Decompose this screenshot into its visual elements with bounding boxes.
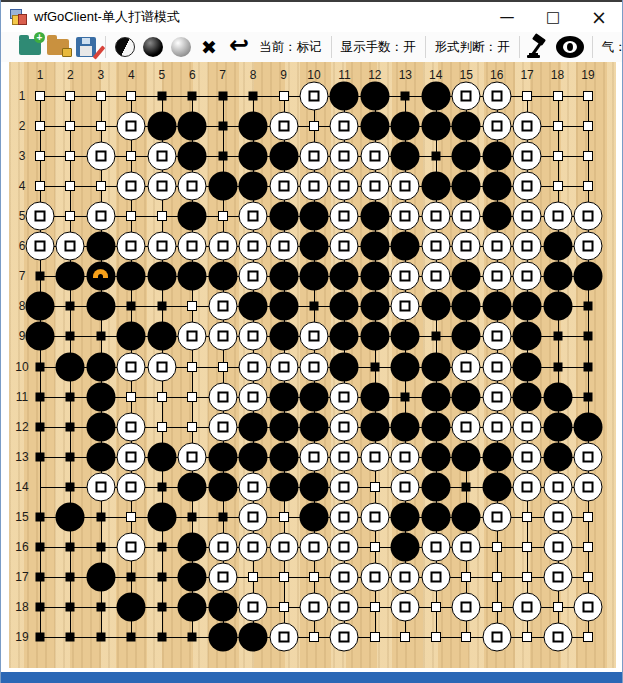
black-stone[interactable] xyxy=(421,112,450,141)
black-stone[interactable] xyxy=(208,442,237,471)
black-territory-mark[interactable] xyxy=(462,482,471,491)
white-stone[interactable] xyxy=(452,202,481,231)
white-stone[interactable] xyxy=(391,592,420,621)
black-territory-mark[interactable] xyxy=(401,392,410,401)
black-territory-mark[interactable] xyxy=(583,302,592,311)
black-stone[interactable] xyxy=(452,262,481,291)
white-stone[interactable] xyxy=(299,142,328,171)
white-territory-mark[interactable] xyxy=(279,602,289,612)
black-stone[interactable] xyxy=(360,292,389,321)
black-territory-mark[interactable] xyxy=(66,542,75,551)
black-stone[interactable] xyxy=(360,262,389,291)
white-stone[interactable] xyxy=(299,532,328,561)
black-territory-mark[interactable] xyxy=(66,452,75,461)
black-territory-mark[interactable] xyxy=(36,602,45,611)
black-stone[interactable] xyxy=(299,262,328,291)
black-stone[interactable] xyxy=(208,592,237,621)
white-stone[interactable] xyxy=(543,623,572,652)
white-stone[interactable] xyxy=(360,442,389,471)
black-stone[interactable] xyxy=(421,412,450,441)
black-territory-mark[interactable] xyxy=(36,392,45,401)
black-stone[interactable] xyxy=(360,412,389,441)
white-territory-mark[interactable] xyxy=(492,572,502,582)
black-stone[interactable] xyxy=(513,322,542,351)
white-stone[interactable] xyxy=(117,472,146,501)
white-stone[interactable] xyxy=(86,142,115,171)
black-stone[interactable] xyxy=(147,262,176,291)
white-stone[interactable] xyxy=(421,562,450,591)
black-stone[interactable] xyxy=(513,382,542,411)
white-stone[interactable] xyxy=(391,262,420,291)
black-stone[interactable] xyxy=(239,412,268,441)
white-stone[interactable] xyxy=(543,472,572,501)
black-stone[interactable] xyxy=(239,142,268,171)
white-territory-mark[interactable] xyxy=(65,91,75,101)
white-stone[interactable] xyxy=(86,202,115,231)
white-stone[interactable] xyxy=(208,382,237,411)
white-stone-button[interactable] xyxy=(168,34,194,60)
new-file-button[interactable]: + xyxy=(17,34,43,60)
black-stone[interactable] xyxy=(208,623,237,652)
white-stone[interactable] xyxy=(208,562,237,591)
white-territory-mark[interactable] xyxy=(126,211,136,221)
white-stone[interactable] xyxy=(269,352,298,381)
white-territory-mark[interactable] xyxy=(583,572,593,582)
black-territory-mark[interactable] xyxy=(188,512,197,521)
white-stone[interactable] xyxy=(239,532,268,561)
black-stone[interactable] xyxy=(421,442,450,471)
white-territory-mark[interactable] xyxy=(492,542,502,552)
white-territory-mark[interactable] xyxy=(187,392,197,402)
black-stone[interactable] xyxy=(482,442,511,471)
white-stone[interactable] xyxy=(117,412,146,441)
black-stone[interactable] xyxy=(421,352,450,381)
black-stone[interactable] xyxy=(56,352,85,381)
black-territory-mark[interactable] xyxy=(127,302,136,311)
black-stone[interactable] xyxy=(360,202,389,231)
black-stone[interactable] xyxy=(239,292,268,321)
black-territory-mark[interactable] xyxy=(96,332,105,341)
black-stone[interactable] xyxy=(482,172,511,201)
white-territory-mark[interactable] xyxy=(522,91,532,101)
black-stone[interactable] xyxy=(269,202,298,231)
black-stone[interactable] xyxy=(330,82,359,111)
white-stone[interactable] xyxy=(330,592,359,621)
black-territory-mark[interactable] xyxy=(188,633,197,642)
white-stone[interactable] xyxy=(391,172,420,201)
black-territory-mark[interactable] xyxy=(370,362,379,371)
white-stone[interactable] xyxy=(239,352,268,381)
white-territory-mark[interactable] xyxy=(309,632,319,642)
white-stone[interactable] xyxy=(482,623,511,652)
black-territory-mark[interactable] xyxy=(218,512,227,521)
black-stone[interactable] xyxy=(269,412,298,441)
white-stone[interactable] xyxy=(482,322,511,351)
black-territory-mark[interactable] xyxy=(66,422,75,431)
white-stone[interactable] xyxy=(299,592,328,621)
white-stone[interactable] xyxy=(117,112,146,141)
white-territory-mark[interactable] xyxy=(370,542,380,552)
white-stone[interactable] xyxy=(482,82,511,111)
black-stone[interactable] xyxy=(391,232,420,261)
black-territory-mark[interactable] xyxy=(218,92,227,101)
black-territory-mark[interactable] xyxy=(583,392,592,401)
white-stone[interactable] xyxy=(513,142,542,171)
black-stone[interactable] xyxy=(86,412,115,441)
black-stone[interactable] xyxy=(86,232,115,261)
white-stone[interactable] xyxy=(421,262,450,291)
white-stone[interactable] xyxy=(239,322,268,351)
white-stone[interactable] xyxy=(178,232,207,261)
white-territory-mark[interactable] xyxy=(461,572,471,582)
white-territory-mark[interactable] xyxy=(35,181,45,191)
white-stone[interactable] xyxy=(421,202,450,231)
black-territory-mark[interactable] xyxy=(36,272,45,281)
white-stone[interactable] xyxy=(117,442,146,471)
white-stone[interactable] xyxy=(178,442,207,471)
black-stone[interactable] xyxy=(421,502,450,531)
black-stone[interactable] xyxy=(421,472,450,501)
white-territory-mark[interactable] xyxy=(65,121,75,131)
white-stone[interactable] xyxy=(573,592,602,621)
black-territory-mark[interactable] xyxy=(401,92,410,101)
white-territory-mark[interactable] xyxy=(583,151,593,161)
black-stone[interactable] xyxy=(239,172,268,201)
white-territory-mark[interactable] xyxy=(370,602,380,612)
white-stone[interactable] xyxy=(360,502,389,531)
white-stone[interactable] xyxy=(26,202,55,231)
black-territory-mark[interactable] xyxy=(157,602,166,611)
black-stone[interactable] xyxy=(391,142,420,171)
white-stone[interactable] xyxy=(269,532,298,561)
black-stone[interactable] xyxy=(178,142,207,171)
black-stone[interactable] xyxy=(391,502,420,531)
white-stone[interactable] xyxy=(239,232,268,261)
white-stone[interactable] xyxy=(117,532,146,561)
white-territory-mark[interactable] xyxy=(461,632,471,642)
black-stone[interactable] xyxy=(452,382,481,411)
white-stone[interactable] xyxy=(482,262,511,291)
white-territory-mark[interactable] xyxy=(553,602,563,612)
black-stone[interactable] xyxy=(86,442,115,471)
white-stone[interactable] xyxy=(513,172,542,201)
black-stone[interactable] xyxy=(452,172,481,201)
black-territory-mark[interactable] xyxy=(249,92,258,101)
white-stone[interactable] xyxy=(482,352,511,381)
shape-judgment-label[interactable]: 形式判断：开 xyxy=(435,39,510,56)
white-stone[interactable] xyxy=(147,142,176,171)
white-stone[interactable] xyxy=(269,232,298,261)
white-stone[interactable] xyxy=(208,292,237,321)
black-stone[interactable] xyxy=(299,202,328,231)
white-stone[interactable] xyxy=(330,502,359,531)
black-territory-mark[interactable] xyxy=(157,633,166,642)
black-territory-mark[interactable] xyxy=(36,633,45,642)
white-territory-mark[interactable] xyxy=(157,392,167,402)
white-stone[interactable] xyxy=(299,352,328,381)
white-stone[interactable] xyxy=(452,82,481,111)
black-territory-mark[interactable] xyxy=(66,332,75,341)
black-stone[interactable] xyxy=(452,502,481,531)
white-stone[interactable] xyxy=(239,382,268,411)
black-stone[interactable] xyxy=(299,382,328,411)
black-territory-mark[interactable] xyxy=(127,572,136,581)
black-territory-mark[interactable] xyxy=(36,572,45,581)
white-stone[interactable] xyxy=(513,592,542,621)
white-territory-mark[interactable] xyxy=(583,512,593,522)
white-stone[interactable] xyxy=(299,82,328,111)
black-stone[interactable] xyxy=(86,352,115,381)
black-stone[interactable] xyxy=(482,142,511,171)
white-stone[interactable] xyxy=(421,232,450,261)
alternate-stone-button[interactable] xyxy=(112,34,138,60)
white-stone[interactable] xyxy=(482,412,511,441)
black-stone[interactable] xyxy=(452,322,481,351)
white-stone[interactable] xyxy=(513,202,542,231)
black-stone[interactable] xyxy=(239,623,268,652)
black-territory-mark[interactable] xyxy=(66,482,75,491)
white-territory-mark[interactable] xyxy=(96,181,106,191)
black-territory-mark[interactable] xyxy=(66,572,75,581)
white-stone[interactable] xyxy=(330,172,359,201)
black-territory-mark[interactable] xyxy=(157,572,166,581)
white-territory-mark[interactable] xyxy=(187,362,197,372)
black-stone[interactable] xyxy=(543,262,572,291)
white-territory-mark[interactable] xyxy=(96,121,106,131)
black-stone[interactable] xyxy=(360,232,389,261)
black-stone[interactable] xyxy=(269,382,298,411)
white-territory-mark[interactable] xyxy=(35,91,45,101)
white-territory-mark[interactable] xyxy=(553,121,563,131)
white-stone[interactable] xyxy=(391,472,420,501)
white-stone[interactable] xyxy=(269,112,298,141)
eye-button[interactable] xyxy=(554,34,586,60)
black-stone[interactable] xyxy=(330,292,359,321)
black-stone[interactable] xyxy=(330,352,359,381)
white-stone[interactable] xyxy=(208,532,237,561)
white-territory-mark[interactable] xyxy=(218,362,228,372)
white-stone[interactable] xyxy=(421,532,450,561)
black-territory-mark[interactable] xyxy=(36,542,45,551)
black-territory-mark[interactable] xyxy=(96,542,105,551)
white-stone[interactable] xyxy=(482,112,511,141)
white-territory-mark[interactable] xyxy=(583,121,593,131)
black-territory-mark[interactable] xyxy=(96,633,105,642)
white-stone[interactable] xyxy=(86,472,115,501)
white-stone[interactable] xyxy=(330,623,359,652)
white-stone[interactable] xyxy=(513,262,542,291)
white-territory-mark[interactable] xyxy=(522,572,532,582)
white-territory-mark[interactable] xyxy=(157,211,167,221)
black-stone[interactable] xyxy=(178,202,207,231)
black-stone[interactable] xyxy=(26,322,55,351)
white-territory-mark[interactable] xyxy=(35,151,45,161)
black-stone[interactable] xyxy=(26,292,55,321)
black-territory-mark[interactable] xyxy=(218,152,227,161)
black-stone[interactable] xyxy=(239,112,268,141)
black-stone[interactable] xyxy=(391,412,420,441)
maximize-button[interactable]: □ xyxy=(530,2,576,32)
white-territory-mark[interactable] xyxy=(370,482,380,492)
white-stone[interactable] xyxy=(178,172,207,201)
black-stone[interactable] xyxy=(269,322,298,351)
white-territory-mark[interactable] xyxy=(583,542,593,552)
black-stone[interactable] xyxy=(269,472,298,501)
white-territory-mark[interactable] xyxy=(187,301,197,311)
white-territory-mark[interactable] xyxy=(583,181,593,191)
white-stone[interactable] xyxy=(360,562,389,591)
white-territory-mark[interactable] xyxy=(65,181,75,191)
white-stone[interactable] xyxy=(208,322,237,351)
white-stone[interactable] xyxy=(299,322,328,351)
white-stone[interactable] xyxy=(513,112,542,141)
white-territory-mark[interactable] xyxy=(370,632,380,642)
black-stone[interactable] xyxy=(391,322,420,351)
white-stone[interactable] xyxy=(360,142,389,171)
white-stone[interactable] xyxy=(147,232,176,261)
white-stone[interactable] xyxy=(330,232,359,261)
show-move-numbers-label[interactable]: 显示手数：开 xyxy=(341,39,416,56)
white-stone[interactable] xyxy=(573,472,602,501)
white-stone[interactable] xyxy=(513,472,542,501)
black-stone[interactable] xyxy=(178,562,207,591)
black-stone[interactable] xyxy=(178,472,207,501)
black-stone[interactable] xyxy=(482,292,511,321)
white-territory-mark[interactable] xyxy=(492,602,502,612)
black-stone[interactable] xyxy=(86,292,115,321)
white-stone[interactable] xyxy=(330,382,359,411)
white-stone[interactable] xyxy=(330,202,359,231)
white-stone[interactable] xyxy=(330,142,359,171)
black-stone[interactable] xyxy=(147,322,176,351)
white-stone[interactable] xyxy=(117,232,146,261)
black-stone[interactable] xyxy=(147,112,176,141)
white-territory-mark[interactable] xyxy=(126,392,136,402)
black-stone[interactable] xyxy=(299,232,328,261)
white-stone[interactable] xyxy=(178,322,207,351)
white-stone[interactable] xyxy=(360,172,389,201)
white-stone[interactable] xyxy=(330,412,359,441)
white-stone[interactable] xyxy=(330,112,359,141)
black-stone[interactable] xyxy=(452,442,481,471)
white-stone[interactable] xyxy=(482,232,511,261)
black-stone[interactable] xyxy=(543,382,572,411)
black-stone[interactable] xyxy=(299,502,328,531)
black-stone[interactable] xyxy=(178,592,207,621)
white-territory-mark[interactable] xyxy=(522,512,532,522)
white-territory-mark[interactable] xyxy=(553,151,563,161)
black-stone[interactable] xyxy=(178,112,207,141)
white-territory-mark[interactable] xyxy=(553,181,563,191)
white-stone[interactable] xyxy=(452,352,481,381)
white-territory-mark[interactable] xyxy=(65,211,75,221)
save-file-button[interactable] xyxy=(73,34,99,60)
black-stone[interactable] xyxy=(299,412,328,441)
black-territory-mark[interactable] xyxy=(309,302,318,311)
white-stone[interactable] xyxy=(299,172,328,201)
black-stone-button[interactable] xyxy=(140,34,166,60)
black-stone[interactable] xyxy=(543,442,572,471)
black-stone[interactable] xyxy=(452,292,481,321)
open-file-button[interactable] xyxy=(45,34,71,60)
black-stone[interactable] xyxy=(360,82,389,111)
white-stone[interactable] xyxy=(543,502,572,531)
white-stone[interactable] xyxy=(573,442,602,471)
white-stone[interactable] xyxy=(239,472,268,501)
white-stone[interactable] xyxy=(26,232,55,261)
black-stone[interactable] xyxy=(482,202,511,231)
black-stone[interactable] xyxy=(178,532,207,561)
white-territory-mark[interactable] xyxy=(126,151,136,161)
black-stone[interactable] xyxy=(421,82,450,111)
white-stone[interactable] xyxy=(482,502,511,531)
black-territory-mark[interactable] xyxy=(157,92,166,101)
black-territory-mark[interactable] xyxy=(553,362,562,371)
white-stone[interactable] xyxy=(391,442,420,471)
close-button[interactable]: × xyxy=(576,2,622,32)
white-stone[interactable] xyxy=(147,172,176,201)
white-stone[interactable] xyxy=(330,532,359,561)
black-territory-mark[interactable] xyxy=(431,152,440,161)
undo-button[interactable]: ↩ xyxy=(224,34,254,60)
white-stone[interactable] xyxy=(239,262,268,291)
black-territory-mark[interactable] xyxy=(36,422,45,431)
white-stone[interactable] xyxy=(56,232,85,261)
white-territory-mark[interactable] xyxy=(431,602,441,612)
black-stone[interactable] xyxy=(543,232,572,261)
black-stone[interactable] xyxy=(452,112,481,141)
white-stone[interactable] xyxy=(513,232,542,261)
black-stone[interactable] xyxy=(117,262,146,291)
white-stone[interactable] xyxy=(452,592,481,621)
black-territory-mark[interactable] xyxy=(36,452,45,461)
black-territory-mark[interactable] xyxy=(431,332,440,341)
white-stone[interactable] xyxy=(208,412,237,441)
black-stone[interactable] xyxy=(269,142,298,171)
black-stone[interactable] xyxy=(573,412,602,441)
white-territory-mark[interactable] xyxy=(522,632,532,642)
black-stone[interactable] xyxy=(86,382,115,411)
white-territory-mark[interactable] xyxy=(309,121,319,131)
white-stone[interactable] xyxy=(482,382,511,411)
black-stone[interactable] xyxy=(421,172,450,201)
black-stone[interactable] xyxy=(543,292,572,321)
white-stone[interactable] xyxy=(513,412,542,441)
white-territory-mark[interactable] xyxy=(583,91,593,101)
white-territory-mark[interactable] xyxy=(126,512,136,522)
black-stone[interactable] xyxy=(147,502,176,531)
white-territory-mark[interactable] xyxy=(65,151,75,161)
white-territory-mark[interactable] xyxy=(431,632,441,642)
black-territory-mark[interactable] xyxy=(66,633,75,642)
black-stone[interactable] xyxy=(421,382,450,411)
black-stone[interactable] xyxy=(208,172,237,201)
black-territory-mark[interactable] xyxy=(157,302,166,311)
black-territory-mark[interactable] xyxy=(96,512,105,521)
black-stone[interactable] xyxy=(360,112,389,141)
white-stone[interactable] xyxy=(239,592,268,621)
white-stone[interactable] xyxy=(330,442,359,471)
white-territory-mark[interactable] xyxy=(400,632,410,642)
white-stone[interactable] xyxy=(573,202,602,231)
black-stone[interactable] xyxy=(543,412,572,441)
white-stone[interactable] xyxy=(543,202,572,231)
white-stone[interactable] xyxy=(299,442,328,471)
white-stone[interactable] xyxy=(330,472,359,501)
black-territory-mark[interactable] xyxy=(36,362,45,371)
black-territory-mark[interactable] xyxy=(36,512,45,521)
black-stone[interactable] xyxy=(573,262,602,291)
